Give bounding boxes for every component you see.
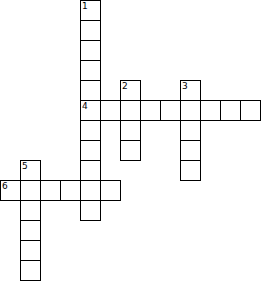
clue-number-1: 1 [82,1,88,11]
crossword-cell-c9-r8[interactable] [180,160,201,181]
clue-number-4: 4 [82,101,88,111]
crossword-cell-c11-r5[interactable] [220,100,241,121]
crossword-cell-c7-r5[interactable] [140,100,161,121]
crossword-cell-c1-r9[interactable] [20,180,41,201]
crossword-cell-c2-r9[interactable] [40,180,61,201]
crossword-cell-c4-r8[interactable] [80,160,101,181]
crossword-cell-c6-r6[interactable] [120,120,141,141]
crossword-cell-c12-r5[interactable] [240,100,261,121]
crossword-cell-c5-r9[interactable] [100,180,121,201]
crossword-cell-c8-r5[interactable] [160,100,181,121]
crossword-cell-c5-r5[interactable] [100,100,121,121]
crossword-cell-c4-r6[interactable] [80,120,101,141]
clue-number-6: 6 [2,181,8,191]
crossword-cell-c9-r4[interactable]: 3 [180,80,201,101]
crossword-cell-c1-r8[interactable]: 5 [20,160,41,181]
clue-number-3: 3 [182,81,188,91]
crossword-cell-c4-r7[interactable] [80,140,101,161]
crossword-cell-c4-r4[interactable] [80,80,101,101]
crossword-cell-c0-r9[interactable]: 6 [0,180,21,201]
crossword-cell-c9-r7[interactable] [180,140,201,161]
crossword-cell-c4-r9[interactable] [80,180,101,201]
crossword-cell-c4-r1[interactable] [80,20,101,41]
crossword-cell-c9-r6[interactable] [180,120,201,141]
crossword-cell-c9-r5[interactable] [180,100,201,121]
crossword-cell-c4-r3[interactable] [80,60,101,81]
crossword-cell-c4-r5[interactable]: 4 [80,100,101,121]
crossword-grid: 123456 [0,0,261,281]
clue-number-5: 5 [22,161,28,171]
crossword-cell-c4-r0[interactable]: 1 [80,0,101,21]
crossword-cell-c1-r11[interactable] [20,220,41,241]
crossword-cell-c1-r12[interactable] [20,240,41,261]
crossword-page: 123456 [0,0,261,281]
crossword-cell-c3-r9[interactable] [60,180,81,201]
crossword-cell-c1-r13[interactable] [20,260,41,281]
crossword-cell-c1-r10[interactable] [20,200,41,221]
clue-number-2: 2 [122,81,128,91]
crossword-cell-c10-r5[interactable] [200,100,221,121]
crossword-cell-c6-r7[interactable] [120,140,141,161]
crossword-cell-c4-r10[interactable] [80,200,101,221]
crossword-cell-c4-r2[interactable] [80,40,101,61]
crossword-cell-c6-r5[interactable] [120,100,141,121]
crossword-cell-c6-r4[interactable]: 2 [120,80,141,101]
